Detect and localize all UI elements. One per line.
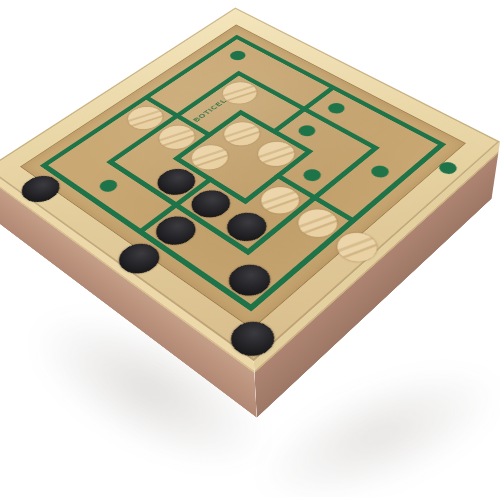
photo-stage: BOTICELLI bbox=[0, 0, 500, 497]
